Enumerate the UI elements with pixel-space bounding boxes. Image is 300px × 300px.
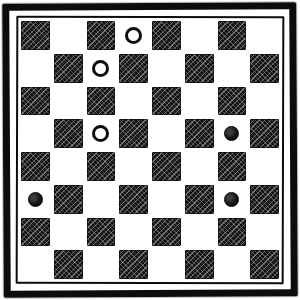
square-r7c7 bbox=[216, 216, 249, 249]
square-r3c5 bbox=[150, 85, 183, 118]
square-r1c5 bbox=[150, 19, 183, 52]
square-r5c1 bbox=[19, 150, 52, 183]
square-r4c7[interactable] bbox=[216, 117, 249, 150]
square-r7c3 bbox=[85, 216, 118, 249]
square-r8c1[interactable] bbox=[19, 248, 52, 281]
white-man[interactable] bbox=[92, 125, 109, 142]
square-r1c4[interactable] bbox=[117, 19, 150, 52]
square-r2c8 bbox=[248, 52, 281, 85]
square-r4c4 bbox=[117, 117, 150, 150]
square-r8c2 bbox=[52, 248, 85, 281]
square-r8c4 bbox=[117, 248, 150, 281]
square-r1c3 bbox=[85, 19, 118, 52]
square-r6c8 bbox=[248, 183, 281, 216]
square-r3c7 bbox=[216, 85, 249, 118]
square-r5c5 bbox=[150, 150, 183, 183]
square-r1c2[interactable] bbox=[52, 19, 85, 52]
square-r4c8 bbox=[248, 117, 281, 150]
square-r7c1 bbox=[19, 216, 52, 249]
square-r7c4[interactable] bbox=[117, 216, 150, 249]
square-r7c8[interactable] bbox=[248, 216, 281, 249]
square-r4c6 bbox=[183, 117, 216, 150]
square-r7c5 bbox=[150, 216, 183, 249]
checkers-board bbox=[19, 19, 281, 281]
square-r1c6[interactable] bbox=[183, 19, 216, 52]
square-r2c6 bbox=[183, 52, 216, 85]
checkers-diagram bbox=[0, 0, 300, 300]
black-man[interactable] bbox=[224, 192, 239, 207]
square-r5c2[interactable] bbox=[52, 150, 85, 183]
square-r3c3 bbox=[85, 85, 118, 118]
square-r4c5[interactable] bbox=[150, 117, 183, 150]
square-r8c3[interactable] bbox=[85, 248, 118, 281]
square-r5c4[interactable] bbox=[117, 150, 150, 183]
square-r5c8[interactable] bbox=[248, 150, 281, 183]
square-r4c2 bbox=[52, 117, 85, 150]
white-man[interactable] bbox=[92, 60, 109, 77]
square-r7c6[interactable] bbox=[183, 216, 216, 249]
square-r6c3[interactable] bbox=[85, 183, 118, 216]
square-r3c8[interactable] bbox=[248, 85, 281, 118]
square-r2c2 bbox=[52, 52, 85, 85]
white-man[interactable] bbox=[125, 27, 142, 44]
square-r6c4 bbox=[117, 183, 150, 216]
square-r8c6 bbox=[183, 248, 216, 281]
square-r2c4 bbox=[117, 52, 150, 85]
square-r6c5[interactable] bbox=[150, 183, 183, 216]
square-r2c3[interactable] bbox=[85, 52, 118, 85]
square-r4c3[interactable] bbox=[85, 117, 118, 150]
square-r8c5[interactable] bbox=[150, 248, 183, 281]
square-r2c7[interactable] bbox=[216, 52, 249, 85]
square-r1c8[interactable] bbox=[248, 19, 281, 52]
square-r6c1[interactable] bbox=[19, 183, 52, 216]
square-r6c6 bbox=[183, 183, 216, 216]
square-r6c2 bbox=[52, 183, 85, 216]
square-r6c7[interactable] bbox=[216, 183, 249, 216]
black-man[interactable] bbox=[224, 126, 239, 141]
square-r5c7 bbox=[216, 150, 249, 183]
black-man[interactable] bbox=[28, 192, 43, 207]
square-r1c1 bbox=[19, 19, 52, 52]
square-r7c2[interactable] bbox=[52, 216, 85, 249]
square-r5c6[interactable] bbox=[183, 150, 216, 183]
square-r1c7 bbox=[216, 19, 249, 52]
square-r3c2[interactable] bbox=[52, 85, 85, 118]
square-r8c8 bbox=[248, 248, 281, 281]
square-r5c3 bbox=[85, 150, 118, 183]
square-r3c4[interactable] bbox=[117, 85, 150, 118]
square-r2c1[interactable] bbox=[19, 52, 52, 85]
square-r3c1 bbox=[19, 85, 52, 118]
square-r2c5[interactable] bbox=[150, 52, 183, 85]
square-r3c6[interactable] bbox=[183, 85, 216, 118]
square-r4c1[interactable] bbox=[19, 117, 52, 150]
square-r8c7[interactable] bbox=[216, 248, 249, 281]
